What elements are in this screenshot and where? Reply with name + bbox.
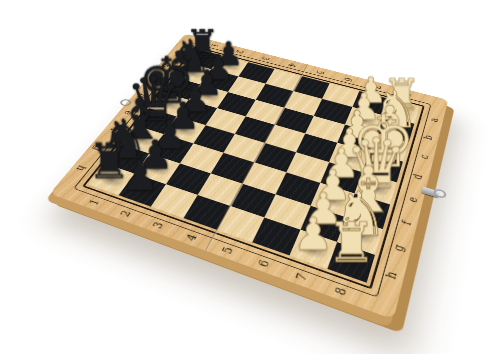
photo-canvas: ♜♟♟♜♞♟♟♞♝♟♟♝♚♟♟♚♛♟♟♛♝♟♟♝♞♟♟♞♜♟♟♜ 1234567… [0,0,500,354]
coordinate-label: 3 [251,52,281,65]
piece-black-pawn[interactable]: ♟ [122,156,159,195]
chess-board[interactable]: ♜♟♟♜♞♟♟♞♝♟♟♝♚♟♟♚♛♟♟♛♝♟♟♝♞♟♟♞♜♟♟♜ 1234567… [50,34,449,320]
coordinate-label: 4 [172,226,213,250]
metal-latch-icon [421,187,439,198]
piece-white-rook[interactable]: ♜ [327,218,376,270]
scene: ♜♟♟♜♞♟♟♞♝♟♟♝♚♟♟♚♛♟♟♛♝♟♟♝♞♟♟♞♜♟♟♜ 1234567… [0,0,500,354]
square-5a[interactable] [293,76,330,99]
